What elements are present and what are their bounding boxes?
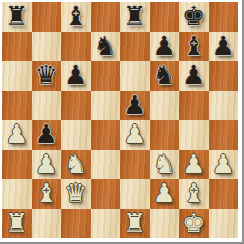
white-pawn-e4[interactable]: ♟ <box>123 120 146 149</box>
square-c1[interactable] <box>61 209 91 239</box>
square-h5[interactable] <box>209 91 239 121</box>
square-f4[interactable] <box>150 120 180 150</box>
white-rook-a1[interactable]: ♜ <box>5 209 28 238</box>
square-e3[interactable] <box>120 150 150 180</box>
square-a6[interactable] <box>2 61 32 91</box>
square-b1[interactable] <box>32 209 62 239</box>
square-c7[interactable] <box>61 32 91 62</box>
square-b5[interactable] <box>32 91 62 121</box>
square-d8[interactable] <box>91 2 121 32</box>
square-d6[interactable] <box>91 61 121 91</box>
square-a8[interactable]: ♜ <box>2 2 32 32</box>
black-pawn-h7[interactable]: ♟ <box>212 32 235 61</box>
square-c8[interactable]: ♝ <box>61 2 91 32</box>
photo-frame: ♜♝♜♚♞♟♝♟♛♟♞♟♟♟♟♟♟♞♞♟♟♝♛♟♝♜♜♚ <box>0 0 244 244</box>
square-f5[interactable] <box>150 91 180 121</box>
square-h2[interactable] <box>209 179 239 209</box>
square-c5[interactable] <box>61 91 91 121</box>
square-g2[interactable]: ♝ <box>179 179 209 209</box>
chessboard: ♜♝♜♚♞♟♝♟♛♟♞♟♟♟♟♟♟♞♞♟♟♝♛♟♝♜♜♚ <box>2 2 238 238</box>
square-b4[interactable]: ♟ <box>32 120 62 150</box>
square-f1[interactable] <box>150 209 180 239</box>
square-e2[interactable] <box>120 179 150 209</box>
white-bishop-g2[interactable]: ♝ <box>182 179 205 208</box>
square-a4[interactable]: ♟ <box>2 120 32 150</box>
black-bishop-c8[interactable]: ♝ <box>64 2 87 31</box>
square-c6[interactable]: ♟ <box>61 61 91 91</box>
square-e5[interactable]: ♟ <box>120 91 150 121</box>
square-f3[interactable]: ♞ <box>150 150 180 180</box>
square-a2[interactable] <box>2 179 32 209</box>
square-g7[interactable]: ♝ <box>179 32 209 62</box>
black-pawn-c6[interactable]: ♟ <box>64 61 87 90</box>
black-knight-f6[interactable]: ♞ <box>153 61 176 90</box>
black-pawn-e5[interactable]: ♟ <box>123 91 146 120</box>
square-h6[interactable] <box>209 61 239 91</box>
square-f6[interactable]: ♞ <box>150 61 180 91</box>
square-b3[interactable]: ♟ <box>32 150 62 180</box>
square-h3[interactable]: ♟ <box>209 150 239 180</box>
square-a1[interactable]: ♜ <box>2 209 32 239</box>
square-a3[interactable] <box>2 150 32 180</box>
square-a7[interactable] <box>2 32 32 62</box>
white-knight-c3[interactable]: ♞ <box>64 150 87 179</box>
black-pawn-g6[interactable]: ♟ <box>182 61 205 90</box>
square-g1[interactable]: ♚ <box>179 209 209 239</box>
square-b2[interactable]: ♝ <box>32 179 62 209</box>
square-g6[interactable]: ♟ <box>179 61 209 91</box>
white-bishop-b2[interactable]: ♝ <box>35 179 58 208</box>
square-d2[interactable] <box>91 179 121 209</box>
square-e6[interactable] <box>120 61 150 91</box>
black-king-g8[interactable]: ♚ <box>182 2 205 31</box>
square-h7[interactable]: ♟ <box>209 32 239 62</box>
square-c4[interactable] <box>61 120 91 150</box>
black-knight-d7[interactable]: ♞ <box>94 32 117 61</box>
square-e8[interactable]: ♜ <box>120 2 150 32</box>
black-bishop-g7[interactable]: ♝ <box>182 32 205 61</box>
square-c3[interactable]: ♞ <box>61 150 91 180</box>
black-rook-a8[interactable]: ♜ <box>5 2 28 31</box>
white-pawn-f2[interactable]: ♟ <box>153 179 176 208</box>
square-f2[interactable]: ♟ <box>150 179 180 209</box>
square-h4[interactable] <box>209 120 239 150</box>
square-d5[interactable] <box>91 91 121 121</box>
square-f8[interactable] <box>150 2 180 32</box>
square-g8[interactable]: ♚ <box>179 2 209 32</box>
white-knight-f3[interactable]: ♞ <box>153 150 176 179</box>
square-d3[interactable] <box>91 150 121 180</box>
square-a5[interactable] <box>2 91 32 121</box>
square-b8[interactable] <box>32 2 62 32</box>
square-e4[interactable]: ♟ <box>120 120 150 150</box>
square-b6[interactable]: ♛ <box>32 61 62 91</box>
black-pawn-f7[interactable]: ♟ <box>153 32 176 61</box>
square-g3[interactable]: ♟ <box>179 150 209 180</box>
square-d7[interactable]: ♞ <box>91 32 121 62</box>
square-h1[interactable] <box>209 209 239 239</box>
black-queen-b6[interactable]: ♛ <box>35 61 58 90</box>
square-d1[interactable] <box>91 209 121 239</box>
black-rook-e8[interactable]: ♜ <box>123 2 146 31</box>
white-queen-c2[interactable]: ♛ <box>64 179 87 208</box>
square-c2[interactable]: ♛ <box>61 179 91 209</box>
white-rook-e1[interactable]: ♜ <box>123 209 146 238</box>
square-d4[interactable] <box>91 120 121 150</box>
white-pawn-g3[interactable]: ♟ <box>182 150 205 179</box>
square-e1[interactable]: ♜ <box>120 209 150 239</box>
square-g4[interactable] <box>179 120 209 150</box>
square-g5[interactable] <box>179 91 209 121</box>
white-pawn-h3[interactable]: ♟ <box>212 150 235 179</box>
square-f7[interactable]: ♟ <box>150 32 180 62</box>
square-b7[interactable] <box>32 32 62 62</box>
white-pawn-a4[interactable]: ♟ <box>5 120 28 149</box>
square-e7[interactable] <box>120 32 150 62</box>
black-pawn-b4[interactable]: ♟ <box>35 120 58 149</box>
white-king-g1[interactable]: ♚ <box>182 209 205 238</box>
white-pawn-b3[interactable]: ♟ <box>35 150 58 179</box>
square-h8[interactable] <box>209 2 239 32</box>
